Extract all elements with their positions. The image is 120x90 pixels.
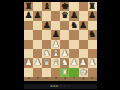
black-pawn-icon: ♟ — [33, 11, 42, 20]
black-knight-icon: ♞ — [69, 21, 78, 30]
square-b2[interactable]: ♟ — [33, 58, 42, 67]
square-b7[interactable]: ♟ — [33, 11, 42, 20]
black-pawn-icon: ♟ — [24, 11, 33, 20]
square-d2[interactable]: ♝ — [51, 58, 60, 67]
file-label-h: h — [88, 77, 97, 81]
white-pawn-icon: ♟ — [69, 58, 78, 67]
square-a2[interactable]: ♟ — [24, 58, 33, 67]
black-knight-icon: ♞ — [88, 30, 97, 39]
square-b4[interactable] — [33, 40, 42, 49]
square-c2[interactable]: ♛ — [42, 58, 51, 67]
white-pawn-icon: ♟ — [24, 58, 33, 67]
square-a4[interactable] — [24, 40, 33, 49]
white-queen-icon: ♛ — [42, 58, 51, 67]
square-f4[interactable] — [69, 40, 78, 49]
square-c8[interactable]: ♝ — [42, 2, 51, 11]
banner-text: www.········ — [50, 84, 70, 88]
file-label-g: g — [79, 77, 88, 81]
square-f5[interactable] — [69, 30, 78, 39]
square-f2[interactable]: ♟ — [69, 58, 78, 67]
square-d8[interactable] — [51, 2, 60, 11]
square-c5[interactable] — [42, 30, 51, 39]
square-h5[interactable]: ♞ — [88, 30, 97, 39]
square-g4[interactable] — [79, 40, 88, 49]
square-f6[interactable]: ♞ — [69, 21, 78, 30]
file-label-d: d — [51, 77, 60, 81]
square-d7[interactable] — [51, 11, 60, 20]
square-c6[interactable]: ♟ — [42, 21, 51, 30]
square-a7[interactable]: ♟ — [24, 11, 33, 20]
white-pawn-icon: ♟ — [88, 58, 97, 67]
square-g8[interactable] — [79, 2, 88, 11]
file-label-b: b — [33, 77, 42, 81]
square-h2[interactable]: ♟ — [88, 58, 97, 67]
white-pawn-icon: ♟ — [33, 58, 42, 67]
file-label-f: f — [69, 77, 78, 81]
square-h4[interactable] — [88, 40, 97, 49]
black-bishop-icon: ♝ — [42, 2, 51, 11]
square-e6[interactable] — [60, 21, 69, 30]
black-pawn-icon: ♟ — [79, 21, 88, 30]
white-bishop-icon: ♝ — [51, 58, 60, 67]
chess-board: ♜♝♚♜♟♟♛♟♟♟♞♟♟♞♟♞♝♟♟♟♛♝♞♟♟♟♜♚ — [24, 2, 97, 77]
file-label-a: a — [24, 77, 33, 81]
square-b6[interactable] — [33, 21, 42, 30]
square-a5[interactable] — [24, 30, 33, 39]
square-a6[interactable] — [24, 21, 33, 30]
square-e5[interactable] — [60, 30, 69, 39]
chess-screenshot: ♜♝♚♜♟♟♛♟♟♟♞♟♟♞♟♞♝♟♟♟♛♝♞♟♟♟♜♚ abcdefgh ww… — [0, 0, 120, 90]
black-pawn-icon: ♟ — [88, 11, 97, 20]
black-queen-icon: ♛ — [60, 11, 69, 20]
black-pawn-icon: ♟ — [42, 21, 51, 30]
square-g6[interactable]: ♟ — [79, 21, 88, 30]
square-g5[interactable] — [79, 30, 88, 39]
square-b5[interactable] — [33, 30, 42, 39]
file-label-e: e — [60, 77, 69, 81]
file-coordinates: abcdefgh — [24, 77, 97, 81]
file-label-c: c — [42, 77, 51, 81]
square-h7[interactable]: ♟ — [88, 11, 97, 20]
square-e7[interactable]: ♛ — [60, 11, 69, 20]
website-banner: www.········ — [24, 84, 97, 89]
